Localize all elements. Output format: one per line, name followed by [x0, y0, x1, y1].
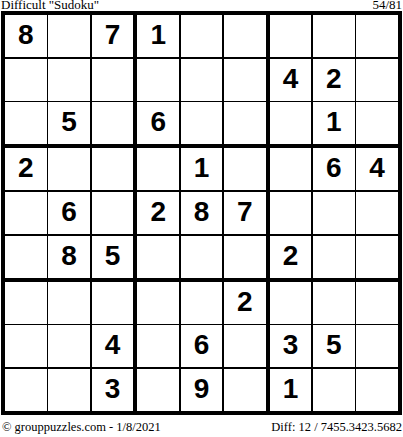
cell-r2c9[interactable]: [356, 59, 398, 101]
cell-r5c6[interactable]: 7: [224, 192, 266, 234]
cell-r8c4[interactable]: [137, 325, 179, 367]
box-r1c1: 875: [5, 15, 133, 144]
cell-r7c6[interactable]: 2: [224, 282, 266, 324]
cell-r3c7[interactable]: [270, 102, 312, 144]
cell-r1c9[interactable]: [356, 15, 398, 57]
cell-r1c7[interactable]: [270, 15, 312, 57]
cell-r7c3[interactable]: [92, 282, 134, 324]
cell-r1c4[interactable]: 1: [137, 15, 179, 57]
box-r3c2: 269: [137, 282, 265, 411]
box-r2c2: 1287: [137, 148, 265, 277]
cell-r9c6[interactable]: [224, 369, 266, 411]
cell-r4c9[interactable]: 4: [356, 148, 398, 190]
cell-r4c1[interactable]: 2: [5, 148, 47, 190]
cell-r9c2[interactable]: [48, 369, 90, 411]
cell-r2c7[interactable]: 4: [270, 59, 312, 101]
cell-r9c1[interactable]: [5, 369, 47, 411]
box-r2c1: 2685: [5, 148, 133, 277]
cell-r5c8[interactable]: [313, 192, 355, 234]
sudoku-sheet: Difficult "Sudoku" 54/81 875164212685128…: [0, 0, 403, 437]
cell-r6c3[interactable]: 5: [92, 236, 134, 278]
cell-r2c4[interactable]: [137, 59, 179, 101]
cell-r3c2[interactable]: 5: [48, 102, 90, 144]
cell-r6c9[interactable]: [356, 236, 398, 278]
cell-r5c3[interactable]: [92, 192, 134, 234]
cell-r4c3[interactable]: [92, 148, 134, 190]
puzzle-title: Difficult "Sudoku": [1, 0, 99, 11]
cell-r2c8[interactable]: 2: [313, 59, 355, 101]
cell-r6c4[interactable]: [137, 236, 179, 278]
cell-r8c9[interactable]: [356, 325, 398, 367]
cell-r6c2[interactable]: 8: [48, 236, 90, 278]
empty-cell-counter: 54/81: [372, 0, 402, 11]
cell-r6c1[interactable]: [5, 236, 47, 278]
cell-r9c8[interactable]: [313, 369, 355, 411]
cell-r8c3[interactable]: 4: [92, 325, 134, 367]
box-r3c3: 351: [270, 282, 398, 411]
cell-r1c8[interactable]: [313, 15, 355, 57]
cell-r2c2[interactable]: [48, 59, 90, 101]
cell-r4c8[interactable]: 6: [313, 148, 355, 190]
cell-r9c4[interactable]: [137, 369, 179, 411]
cell-r2c3[interactable]: [92, 59, 134, 101]
cell-r2c1[interactable]: [5, 59, 47, 101]
cell-r3c3[interactable]: [92, 102, 134, 144]
cell-r4c6[interactable]: [224, 148, 266, 190]
cell-r5c4[interactable]: 2: [137, 192, 179, 234]
cell-r3c1[interactable]: [5, 102, 47, 144]
cell-r5c1[interactable]: [5, 192, 47, 234]
box-r3c1: 43: [5, 282, 133, 411]
cell-r3c5[interactable]: [181, 102, 223, 144]
cell-r9c5[interactable]: 9: [181, 369, 223, 411]
cell-r5c9[interactable]: [356, 192, 398, 234]
cell-r2c5[interactable]: [181, 59, 223, 101]
cell-r5c5[interactable]: 8: [181, 192, 223, 234]
cell-r1c6[interactable]: [224, 15, 266, 57]
cell-r7c7[interactable]: [270, 282, 312, 324]
cell-r4c4[interactable]: [137, 148, 179, 190]
cell-r1c5[interactable]: [181, 15, 223, 57]
cell-r7c9[interactable]: [356, 282, 398, 324]
cell-r9c7[interactable]: 1: [270, 369, 312, 411]
cell-r8c5[interactable]: 6: [181, 325, 223, 367]
cell-r7c8[interactable]: [313, 282, 355, 324]
cell-r1c2[interactable]: [48, 15, 90, 57]
cell-r7c1[interactable]: [5, 282, 47, 324]
box-r2c3: 642: [270, 148, 398, 277]
cell-r7c5[interactable]: [181, 282, 223, 324]
cell-r8c6[interactable]: [224, 325, 266, 367]
cell-r7c4[interactable]: [137, 282, 179, 324]
cell-r3c8[interactable]: 1: [313, 102, 355, 144]
sudoku-board: 875164212685128764243269351: [1, 11, 402, 415]
cell-r8c1[interactable]: [5, 325, 47, 367]
cell-r1c1[interactable]: 8: [5, 15, 47, 57]
copyright-text: © grouppuzzles.com - 1/8/2021: [2, 421, 161, 434]
cell-r5c2[interactable]: 6: [48, 192, 90, 234]
cell-r3c9[interactable]: [356, 102, 398, 144]
cell-r5c7[interactable]: [270, 192, 312, 234]
box-r1c3: 421: [270, 15, 398, 144]
cell-r6c8[interactable]: [313, 236, 355, 278]
box-r1c2: 16: [137, 15, 265, 144]
cell-r8c8[interactable]: 5: [313, 325, 355, 367]
cell-r9c9[interactable]: [356, 369, 398, 411]
cell-r3c6[interactable]: [224, 102, 266, 144]
cell-r8c2[interactable]: [48, 325, 90, 367]
cell-r8c7[interactable]: 3: [270, 325, 312, 367]
difficulty-text: Diff: 12 / 7455.3423.5682: [271, 421, 402, 434]
cell-r6c6[interactable]: [224, 236, 266, 278]
cell-r6c5[interactable]: [181, 236, 223, 278]
cell-r6c7[interactable]: 2: [270, 236, 312, 278]
cell-r2c6[interactable]: [224, 59, 266, 101]
cell-r1c3[interactable]: 7: [92, 15, 134, 57]
cell-r7c2[interactable]: [48, 282, 90, 324]
cell-r3c4[interactable]: 6: [137, 102, 179, 144]
cell-r4c2[interactable]: [48, 148, 90, 190]
cell-r4c7[interactable]: [270, 148, 312, 190]
cell-r4c5[interactable]: 1: [181, 148, 223, 190]
cell-r9c3[interactable]: 3: [92, 369, 134, 411]
